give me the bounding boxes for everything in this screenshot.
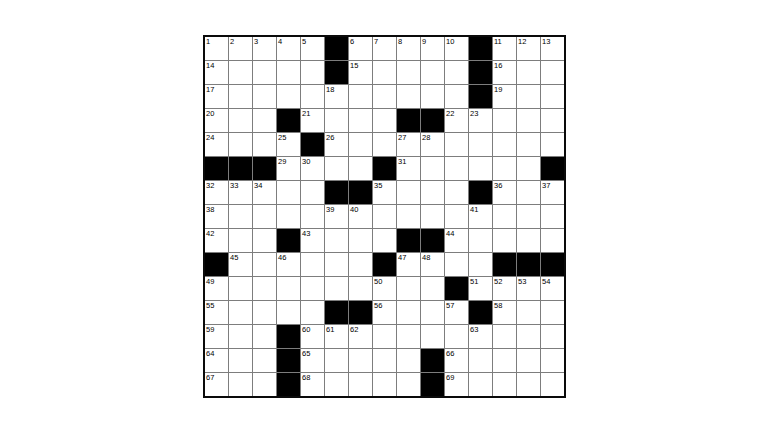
clue-number: 7: [374, 37, 378, 46]
grid-cell[interactable]: 48: [421, 253, 444, 276]
grid-cell[interactable]: [325, 109, 348, 132]
black-square: [277, 229, 300, 252]
grid-cell[interactable]: [421, 277, 444, 300]
black-square: [253, 157, 276, 180]
clue-number: 26: [326, 133, 334, 142]
grid-cell[interactable]: [373, 229, 396, 252]
grid-cell[interactable]: [253, 133, 276, 156]
grid-cell[interactable]: [349, 133, 372, 156]
black-square: [373, 157, 396, 180]
clue-number: 6: [350, 37, 354, 46]
grid-cell[interactable]: [469, 373, 492, 396]
grid-cell[interactable]: 38: [205, 205, 228, 228]
black-square: [493, 253, 516, 276]
grid-cell[interactable]: 11: [493, 37, 516, 60]
clue-number: 14: [206, 61, 214, 70]
grid-cell[interactable]: [541, 325, 564, 348]
clue-number: 53: [518, 277, 526, 286]
clue-number: 60: [302, 325, 310, 334]
grid-cell[interactable]: [421, 181, 444, 204]
grid-cell[interactable]: [253, 205, 276, 228]
grid-cell[interactable]: 52: [493, 277, 516, 300]
grid-cell[interactable]: 10: [445, 37, 468, 60]
clue-number: 28: [422, 133, 430, 142]
black-square: [277, 373, 300, 396]
grid-cell[interactable]: 37: [541, 181, 564, 204]
clue-number: 45: [230, 253, 238, 262]
black-square: [445, 277, 468, 300]
grid-cell[interactable]: [253, 253, 276, 276]
clue-number: 52: [494, 277, 502, 286]
clue-number: 15: [350, 61, 358, 70]
grid-cell[interactable]: [277, 61, 300, 84]
grid-cell[interactable]: 34: [253, 181, 276, 204]
clue-number: 59: [206, 325, 214, 334]
grid-cell[interactable]: [469, 253, 492, 276]
black-square: [469, 301, 492, 324]
grid-cell[interactable]: [229, 373, 252, 396]
black-square: [397, 229, 420, 252]
grid-cell[interactable]: [253, 85, 276, 108]
black-square: [277, 349, 300, 372]
grid-cell[interactable]: 41: [469, 205, 492, 228]
grid-cell[interactable]: 55: [205, 301, 228, 324]
grid-cell[interactable]: [229, 85, 252, 108]
grid-cell[interactable]: 7: [373, 37, 396, 60]
grid-cell[interactable]: [469, 133, 492, 156]
grid-cell[interactable]: [301, 85, 324, 108]
grid-cell[interactable]: [517, 205, 540, 228]
grid-cell[interactable]: 4: [277, 37, 300, 60]
grid-cell[interactable]: 56: [373, 301, 396, 324]
grid-cell[interactable]: [349, 373, 372, 396]
grid-cell[interactable]: [541, 109, 564, 132]
grid-cell[interactable]: 49: [205, 277, 228, 300]
black-square: [349, 301, 372, 324]
grid-cell[interactable]: [541, 229, 564, 252]
grid-cell[interactable]: 13: [541, 37, 564, 60]
grid-cell[interactable]: 69: [445, 373, 468, 396]
grid-cell[interactable]: [421, 301, 444, 324]
grid-cell[interactable]: 50: [373, 277, 396, 300]
grid-cell[interactable]: [253, 301, 276, 324]
clue-number: 57: [446, 301, 454, 310]
grid-cell[interactable]: 62: [349, 325, 372, 348]
grid-cell[interactable]: [277, 205, 300, 228]
black-square: [469, 61, 492, 84]
grid-cell[interactable]: 42: [205, 229, 228, 252]
grid-cell[interactable]: [517, 325, 540, 348]
grid-cell[interactable]: [373, 349, 396, 372]
grid-cell[interactable]: [373, 325, 396, 348]
grid-cell[interactable]: [373, 85, 396, 108]
grid-cell[interactable]: [445, 205, 468, 228]
grid-cell[interactable]: [253, 277, 276, 300]
clue-number: 56: [374, 301, 382, 310]
black-square: [469, 37, 492, 60]
clue-number: 20: [206, 109, 214, 118]
grid-cell[interactable]: 21: [301, 109, 324, 132]
grid-cell[interactable]: [301, 205, 324, 228]
grid-cell[interactable]: [541, 133, 564, 156]
grid-cell[interactable]: 15: [349, 61, 372, 84]
grid-cell[interactable]: [277, 181, 300, 204]
grid-cell[interactable]: 24: [205, 133, 228, 156]
grid-cell[interactable]: 64: [205, 349, 228, 372]
grid-cell[interactable]: [493, 373, 516, 396]
grid-cell[interactable]: 40: [349, 205, 372, 228]
grid-cell[interactable]: 2: [229, 37, 252, 60]
clue-number: 13: [542, 37, 550, 46]
clue-number: 30: [302, 157, 310, 166]
clue-number: 29: [278, 157, 286, 166]
clue-number: 9: [422, 37, 426, 46]
clue-number: 41: [470, 205, 478, 214]
clue-number: 22: [446, 109, 454, 118]
grid-cell[interactable]: 16: [493, 61, 516, 84]
clue-number: 49: [206, 277, 214, 286]
grid-cell[interactable]: [325, 157, 348, 180]
clue-number: 2: [230, 37, 234, 46]
grid-cell[interactable]: [229, 277, 252, 300]
clue-number: 43: [302, 229, 310, 238]
black-square: [469, 85, 492, 108]
grid-cell[interactable]: 23: [469, 109, 492, 132]
clue-number: 51: [470, 277, 478, 286]
clue-number: 38: [206, 205, 214, 214]
grid-cell[interactable]: [493, 205, 516, 228]
grid-cell[interactable]: [517, 61, 540, 84]
grid-cell[interactable]: 44: [445, 229, 468, 252]
clue-number: 58: [494, 301, 502, 310]
clue-number: 17: [206, 85, 214, 94]
grid-cell[interactable]: 35: [373, 181, 396, 204]
grid-cell[interactable]: [349, 109, 372, 132]
grid-cell[interactable]: 5: [301, 37, 324, 60]
grid-cell[interactable]: [493, 157, 516, 180]
grid-cell[interactable]: 45: [229, 253, 252, 276]
grid-cell[interactable]: [349, 349, 372, 372]
black-square: [421, 373, 444, 396]
clue-number: 69: [446, 373, 454, 382]
grid-cell[interactable]: 32: [205, 181, 228, 204]
grid-cell[interactable]: [541, 301, 564, 324]
grid-cell[interactable]: [253, 373, 276, 396]
crossword-grid: 1234567891011121314151617181920212223242…: [203, 35, 566, 398]
clue-number: 50: [374, 277, 382, 286]
black-square: [277, 109, 300, 132]
grid-cell[interactable]: 3: [253, 37, 276, 60]
grid-cell[interactable]: [517, 349, 540, 372]
grid-cell[interactable]: 17: [205, 85, 228, 108]
grid-cell[interactable]: [541, 373, 564, 396]
grid-cell[interactable]: 59: [205, 325, 228, 348]
grid-cell[interactable]: [253, 325, 276, 348]
grid-cell[interactable]: [445, 181, 468, 204]
grid-cell[interactable]: [373, 133, 396, 156]
grid-cell[interactable]: [493, 109, 516, 132]
grid-cell[interactable]: [445, 133, 468, 156]
grid-cell[interactable]: [469, 349, 492, 372]
grid-cell[interactable]: 6: [349, 37, 372, 60]
clue-number: 37: [542, 181, 550, 190]
clue-number: 44: [446, 229, 454, 238]
grid-cell[interactable]: [541, 349, 564, 372]
grid-cell[interactable]: [349, 253, 372, 276]
grid-cell[interactable]: [253, 349, 276, 372]
grid-cell[interactable]: 29: [277, 157, 300, 180]
clue-number: 39: [326, 205, 334, 214]
grid-cell[interactable]: [229, 205, 252, 228]
grid-cell[interactable]: [301, 277, 324, 300]
grid-cell[interactable]: 30: [301, 157, 324, 180]
grid-cell[interactable]: [325, 277, 348, 300]
clue-number: 35: [374, 181, 382, 190]
grid-cell[interactable]: [445, 325, 468, 348]
grid-cell[interactable]: [421, 61, 444, 84]
grid-cell[interactable]: [373, 61, 396, 84]
clue-number: 24: [206, 133, 214, 142]
grid-cell[interactable]: [301, 301, 324, 324]
black-square: [325, 181, 348, 204]
grid-cell[interactable]: [325, 373, 348, 396]
black-square: [349, 181, 372, 204]
clue-number: 5: [302, 37, 306, 46]
clue-number: 61: [326, 325, 334, 334]
clue-number: 46: [278, 253, 286, 262]
grid-cell[interactable]: 46: [277, 253, 300, 276]
black-square: [325, 301, 348, 324]
grid-cell[interactable]: [517, 373, 540, 396]
grid-cell[interactable]: [253, 109, 276, 132]
grid-cell[interactable]: [277, 85, 300, 108]
black-square: [541, 253, 564, 276]
black-square: [421, 349, 444, 372]
grid-cell[interactable]: 22: [445, 109, 468, 132]
grid-cell[interactable]: [373, 109, 396, 132]
grid-cell[interactable]: [229, 133, 252, 156]
clue-number: 18: [326, 85, 334, 94]
black-square: [421, 229, 444, 252]
grid-cell[interactable]: [445, 253, 468, 276]
grid-cell[interactable]: 36: [493, 181, 516, 204]
grid-cell[interactable]: 60: [301, 325, 324, 348]
grid-cell[interactable]: 53: [517, 277, 540, 300]
grid-cell[interactable]: [493, 229, 516, 252]
grid-cell[interactable]: 68: [301, 373, 324, 396]
grid-cell[interactable]: [229, 61, 252, 84]
grid-cell[interactable]: [325, 229, 348, 252]
clue-number: 19: [494, 85, 502, 94]
grid-cell[interactable]: [541, 85, 564, 108]
grid-cell[interactable]: 57: [445, 301, 468, 324]
grid-cell[interactable]: 65: [301, 349, 324, 372]
grid-cell[interactable]: 51: [469, 277, 492, 300]
clue-number: 21: [302, 109, 310, 118]
grid-cell[interactable]: [301, 253, 324, 276]
clue-number: 32: [206, 181, 214, 190]
grid-cell[interactable]: [493, 349, 516, 372]
grid-cell[interactable]: [229, 325, 252, 348]
grid-cell[interactable]: [277, 301, 300, 324]
clue-number: 1: [206, 37, 210, 46]
grid-cell[interactable]: [517, 181, 540, 204]
clue-number: 23: [470, 109, 478, 118]
grid-cell[interactable]: [397, 61, 420, 84]
grid-cell[interactable]: 39: [325, 205, 348, 228]
grid-cell[interactable]: [349, 277, 372, 300]
grid-cell[interactable]: 19: [493, 85, 516, 108]
grid-cell[interactable]: 54: [541, 277, 564, 300]
grid-cell[interactable]: [445, 157, 468, 180]
clue-number: 4: [278, 37, 282, 46]
clue-number: 63: [470, 325, 478, 334]
grid-cell[interactable]: [517, 85, 540, 108]
grid-cell[interactable]: [517, 157, 540, 180]
grid-cell[interactable]: [421, 205, 444, 228]
grid-cell[interactable]: [253, 61, 276, 84]
clue-number: 27: [398, 133, 406, 142]
grid-cell[interactable]: [229, 229, 252, 252]
grid-cell[interactable]: 9: [421, 37, 444, 60]
grid-cell[interactable]: 61: [325, 325, 348, 348]
grid-cell[interactable]: [229, 301, 252, 324]
black-square: [205, 157, 228, 180]
clue-number: 34: [254, 181, 262, 190]
grid-cell[interactable]: [301, 181, 324, 204]
grid-cell[interactable]: [397, 277, 420, 300]
grid-cell[interactable]: 14: [205, 61, 228, 84]
grid-cell[interactable]: [469, 229, 492, 252]
grid-cell[interactable]: [421, 157, 444, 180]
grid-cell[interactable]: [301, 61, 324, 84]
clue-number: 62: [350, 325, 358, 334]
grid-cell[interactable]: [397, 301, 420, 324]
grid-cell[interactable]: [373, 205, 396, 228]
clue-number: 64: [206, 349, 214, 358]
grid-cell[interactable]: [445, 61, 468, 84]
clue-number: 33: [230, 181, 238, 190]
grid-cell[interactable]: [469, 157, 492, 180]
grid-cell[interactable]: [349, 85, 372, 108]
black-square: [373, 253, 396, 276]
clue-number: 16: [494, 61, 502, 70]
clue-number: 3: [254, 37, 258, 46]
clue-number: 66: [446, 349, 454, 358]
grid-cell[interactable]: 18: [325, 85, 348, 108]
grid-cell[interactable]: [253, 229, 276, 252]
clue-number: 54: [542, 277, 550, 286]
grid-cell[interactable]: 28: [421, 133, 444, 156]
grid-cell[interactable]: 47: [397, 253, 420, 276]
black-square: [277, 325, 300, 348]
clue-number: 31: [398, 157, 406, 166]
grid-cell[interactable]: [349, 229, 372, 252]
grid-cell[interactable]: [421, 85, 444, 108]
clue-number: 42: [206, 229, 214, 238]
grid-cell[interactable]: 63: [469, 325, 492, 348]
clue-number: 11: [494, 37, 502, 46]
clue-number: 10: [446, 37, 454, 46]
black-square: [541, 157, 564, 180]
grid-cell[interactable]: 1: [205, 37, 228, 60]
black-square: [325, 37, 348, 60]
black-square: [325, 61, 348, 84]
grid-cell[interactable]: 27: [397, 133, 420, 156]
grid-cell[interactable]: [421, 325, 444, 348]
grid-cell[interactable]: [493, 133, 516, 156]
grid-cell[interactable]: 33: [229, 181, 252, 204]
grid-cell[interactable]: [397, 85, 420, 108]
clue-number: 36: [494, 181, 502, 190]
black-square: [205, 253, 228, 276]
grid-cell[interactable]: [325, 253, 348, 276]
clue-number: 47: [398, 253, 406, 262]
grid-cell[interactable]: 67: [205, 373, 228, 396]
grid-cell[interactable]: [229, 349, 252, 372]
grid-cell[interactable]: [325, 349, 348, 372]
clue-number: 67: [206, 373, 214, 382]
black-square: [469, 181, 492, 204]
black-square: [517, 253, 540, 276]
grid-cell[interactable]: [397, 373, 420, 396]
black-square: [397, 109, 420, 132]
grid-cell[interactable]: [397, 325, 420, 348]
grid-cell[interactable]: [541, 61, 564, 84]
clue-number: 55: [206, 301, 214, 310]
grid-cell[interactable]: [397, 181, 420, 204]
black-square: [301, 133, 324, 156]
grid-cell[interactable]: [397, 349, 420, 372]
grid-cell[interactable]: [373, 373, 396, 396]
grid-cell[interactable]: [517, 229, 540, 252]
grid-cell[interactable]: 26: [325, 133, 348, 156]
grid-cell[interactable]: [277, 277, 300, 300]
grid-cell[interactable]: [349, 157, 372, 180]
grid-cell[interactable]: [229, 109, 252, 132]
grid-cell[interactable]: [517, 109, 540, 132]
clue-number: 68: [302, 373, 310, 382]
grid-cell[interactable]: [397, 205, 420, 228]
grid-cell[interactable]: [517, 301, 540, 324]
clue-number: 40: [350, 205, 358, 214]
clue-number: 8: [398, 37, 402, 46]
grid-cell[interactable]: 66: [445, 349, 468, 372]
grid-cell[interactable]: 20: [205, 109, 228, 132]
clue-number: 25: [278, 133, 286, 142]
clue-number: 12: [518, 37, 526, 46]
black-square: [421, 109, 444, 132]
grid-cell[interactable]: [517, 133, 540, 156]
clue-number: 48: [422, 253, 430, 262]
grid-cell[interactable]: 43: [301, 229, 324, 252]
grid-cell[interactable]: [541, 205, 564, 228]
grid-cell[interactable]: [493, 325, 516, 348]
grid-cell[interactable]: 8: [397, 37, 420, 60]
clue-number: 65: [302, 349, 310, 358]
grid-cell[interactable]: 12: [517, 37, 540, 60]
grid-cell[interactable]: 25: [277, 133, 300, 156]
grid-cell[interactable]: 58: [493, 301, 516, 324]
grid-cell[interactable]: [445, 85, 468, 108]
black-square: [229, 157, 252, 180]
grid-cell[interactable]: 31: [397, 157, 420, 180]
